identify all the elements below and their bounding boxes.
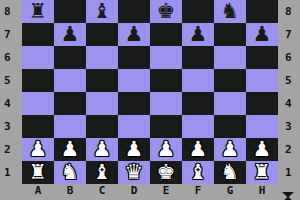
square-d4[interactable] — [118, 92, 150, 115]
white-pawn: ♟ — [221, 138, 240, 161]
square-h2[interactable]: ♟ — [246, 138, 278, 161]
square-f8[interactable]: ♝ — [182, 0, 214, 23]
square-c7[interactable]: ♟ — [86, 23, 118, 46]
black-pawn: ♟ — [253, 23, 272, 46]
square-h8[interactable]: ♜ — [246, 0, 278, 23]
square-g4[interactable] — [214, 92, 246, 115]
square-a8[interactable]: ♜ — [22, 0, 54, 23]
white-pawn: ♟ — [157, 138, 176, 161]
file-label-c: C — [86, 184, 118, 200]
square-g1[interactable]: ♞ — [214, 161, 246, 184]
rank-label-left-6: 6 — [0, 46, 22, 69]
square-e6[interactable] — [150, 46, 182, 69]
square-d8[interactable]: ♛ — [118, 0, 150, 23]
square-h1[interactable]: ♜ — [246, 161, 278, 184]
square-g8[interactable]: ♞ — [214, 0, 246, 23]
square-b1[interactable]: ♞ — [54, 161, 86, 184]
square-a5[interactable] — [22, 69, 54, 92]
rank-label-right-4: 4 — [278, 92, 300, 115]
square-h7[interactable]: ♟ — [246, 23, 278, 46]
square-b5[interactable] — [54, 69, 86, 92]
white-bishop: ♝ — [93, 161, 112, 184]
square-a6[interactable] — [22, 46, 54, 69]
square-g7[interactable]: ♟ — [214, 23, 246, 46]
square-c2[interactable]: ♟ — [86, 138, 118, 161]
black-pawn: ♟ — [29, 23, 48, 46]
chess-screen: 87654321 ♜♞♝♛♚♝♞♜♟♟♟♟♟♟♟♟♟♟♟♟♟♟♟♟♜♞♝♛♚♝♞… — [0, 0, 300, 200]
square-a3[interactable] — [22, 115, 54, 138]
file-label-f: F — [182, 184, 214, 200]
file-labels: ABCDEFGH — [22, 184, 278, 200]
white-bishop: ♝ — [189, 161, 208, 184]
white-rook: ♜ — [29, 161, 48, 184]
square-f7[interactable]: ♟ — [182, 23, 214, 46]
square-c3[interactable] — [86, 115, 118, 138]
square-c6[interactable] — [86, 46, 118, 69]
chessboard: ♜♞♝♛♚♝♞♜♟♟♟♟♟♟♟♟♟♟♟♟♟♟♟♟♜♞♝♛♚♝♞♜ — [22, 0, 278, 184]
square-f1[interactable]: ♝ — [182, 161, 214, 184]
white-pawn: ♟ — [189, 138, 208, 161]
white-queen: ♛ — [125, 161, 144, 184]
square-e8[interactable]: ♚ — [150, 0, 182, 23]
square-b8[interactable]: ♞ — [54, 0, 86, 23]
file-label-e: E — [150, 184, 182, 200]
square-h6[interactable] — [246, 46, 278, 69]
square-g6[interactable] — [214, 46, 246, 69]
rank-label-left-7: 7 — [0, 23, 22, 46]
square-a4[interactable] — [22, 92, 54, 115]
rank-label-right-7: 7 — [278, 23, 300, 46]
square-f2[interactable]: ♟ — [182, 138, 214, 161]
black-knight: ♞ — [221, 0, 240, 23]
square-d5[interactable] — [118, 69, 150, 92]
square-e5[interactable] — [150, 69, 182, 92]
black-pawn: ♟ — [125, 23, 144, 46]
square-f4[interactable] — [182, 92, 214, 115]
file-label-b: B — [54, 184, 86, 200]
black-pawn: ♟ — [157, 23, 176, 46]
white-knight: ♞ — [61, 161, 80, 184]
white-pawn: ♟ — [253, 138, 272, 161]
white-pawn: ♟ — [61, 138, 80, 161]
square-e3[interactable] — [150, 115, 182, 138]
square-f3[interactable] — [182, 115, 214, 138]
square-b6[interactable] — [54, 46, 86, 69]
square-h5[interactable] — [246, 69, 278, 92]
rank-label-left-5: 5 — [0, 69, 22, 92]
black-pawn: ♟ — [189, 23, 208, 46]
black-king: ♚ — [157, 0, 176, 23]
black-bishop: ♝ — [189, 0, 208, 23]
square-b4[interactable] — [54, 92, 86, 115]
square-d1[interactable]: ♛ — [118, 161, 150, 184]
square-c4[interactable] — [86, 92, 118, 115]
black-knight: ♞ — [61, 0, 80, 23]
hourglass-icon — [282, 187, 294, 197]
square-h3[interactable] — [246, 115, 278, 138]
file-label-d: D — [118, 184, 150, 200]
square-d2[interactable]: ♟ — [118, 138, 150, 161]
black-pawn: ♟ — [221, 23, 240, 46]
white-king: ♚ — [157, 161, 176, 184]
square-a1[interactable]: ♜ — [22, 161, 54, 184]
file-label-h: H — [246, 184, 278, 200]
square-h4[interactable] — [246, 92, 278, 115]
square-c1[interactable]: ♝ — [86, 161, 118, 184]
rank-labels-right: 87654321 — [278, 0, 300, 184]
square-d7[interactable]: ♟ — [118, 23, 150, 46]
file-label-g: G — [214, 184, 246, 200]
white-knight: ♞ — [221, 161, 240, 184]
rank-label-left-8: 8 — [0, 0, 22, 23]
black-bishop: ♝ — [93, 0, 112, 23]
black-queen: ♛ — [125, 0, 144, 23]
rank-label-right-6: 6 — [278, 46, 300, 69]
black-rook: ♜ — [29, 0, 48, 23]
square-e1[interactable]: ♚ — [150, 161, 182, 184]
white-rook: ♜ — [253, 161, 272, 184]
square-d3[interactable] — [118, 115, 150, 138]
rank-labels-left: 87654321 — [0, 0, 22, 184]
square-a2[interactable]: ♟ — [22, 138, 54, 161]
white-pawn: ♟ — [93, 138, 112, 161]
white-pawn: ♟ — [29, 138, 48, 161]
rank-label-left-2: 2 — [0, 138, 22, 161]
rank-label-right-3: 3 — [278, 115, 300, 138]
rank-label-left-1: 1 — [0, 161, 22, 184]
square-f6[interactable] — [182, 46, 214, 69]
black-pawn: ♟ — [61, 23, 80, 46]
square-a7[interactable]: ♟ — [22, 23, 54, 46]
rank-label-left-4: 4 — [0, 92, 22, 115]
square-e2[interactable]: ♟ — [150, 138, 182, 161]
square-d6[interactable] — [118, 46, 150, 69]
square-g3[interactable] — [214, 115, 246, 138]
square-e4[interactable] — [150, 92, 182, 115]
rank-label-left-3: 3 — [0, 115, 22, 138]
file-label-a: A — [22, 184, 54, 200]
square-g5[interactable] — [214, 69, 246, 92]
rank-label-right-2: 2 — [278, 138, 300, 161]
black-pawn: ♟ — [93, 23, 112, 46]
square-e7[interactable]: ♟ — [150, 23, 182, 46]
hourglass-shape — [282, 192, 294, 200]
square-b3[interactable] — [54, 115, 86, 138]
rank-label-right-1: 1 — [278, 161, 300, 184]
white-pawn: ♟ — [125, 138, 144, 161]
rank-label-right-5: 5 — [278, 69, 300, 92]
square-f5[interactable] — [182, 69, 214, 92]
square-g2[interactable]: ♟ — [214, 138, 246, 161]
square-b2[interactable]: ♟ — [54, 138, 86, 161]
square-c5[interactable] — [86, 69, 118, 92]
square-b7[interactable]: ♟ — [54, 23, 86, 46]
rank-label-right-8: 8 — [278, 0, 300, 23]
square-c8[interactable]: ♝ — [86, 0, 118, 23]
black-rook: ♜ — [253, 0, 272, 23]
